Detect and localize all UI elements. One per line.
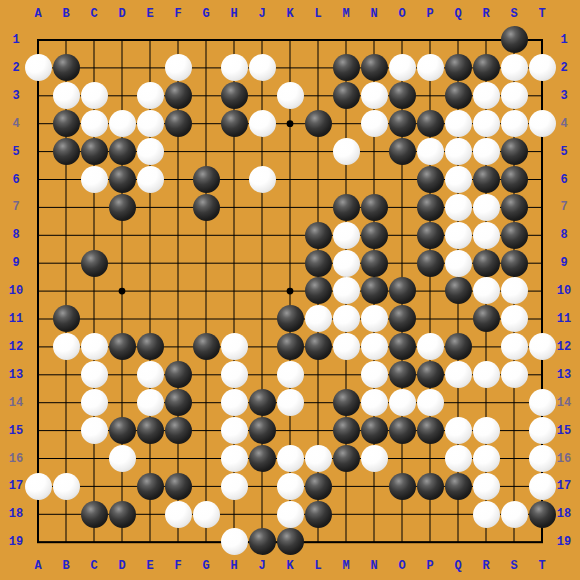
row-right-label-7: 7	[560, 201, 567, 213]
stone-black-n15	[361, 417, 388, 444]
col-top-label-c: C	[90, 8, 97, 20]
col-top-label-m: M	[342, 8, 349, 20]
col-top-label-j: J	[258, 8, 265, 20]
stone-black-s8	[501, 222, 528, 249]
stone-black-p7	[417, 194, 444, 221]
stone-white-d4	[109, 110, 136, 137]
stone-white-r13	[473, 361, 500, 388]
stone-black-q2	[445, 54, 472, 81]
stone-black-p4	[417, 110, 444, 137]
stone-white-s2	[501, 54, 528, 81]
stone-black-n8	[361, 222, 388, 249]
stone-white-e5	[137, 138, 164, 165]
row-right-label-11: 11	[557, 313, 571, 325]
row-right-label-15: 15	[557, 425, 571, 437]
stone-white-t12	[529, 333, 556, 360]
stone-white-k17	[277, 473, 304, 500]
stone-white-r4	[473, 110, 500, 137]
stone-white-j2	[249, 54, 276, 81]
stone-white-f18	[165, 501, 192, 528]
col-top-label-q: Q	[454, 8, 461, 20]
stone-black-c9	[81, 250, 108, 277]
stone-white-t2	[529, 54, 556, 81]
col-top-label-o: O	[398, 8, 405, 20]
row-left-label-8: 8	[12, 229, 19, 241]
stone-black-m15	[333, 417, 360, 444]
stone-white-n3	[361, 82, 388, 109]
stone-white-m11	[333, 305, 360, 332]
row-right-label-12: 12	[557, 341, 571, 353]
stone-black-p15	[417, 417, 444, 444]
col-top-label-a: A	[34, 8, 41, 20]
col-bottom-label-s: S	[510, 560, 517, 572]
stone-white-r16	[473, 445, 500, 472]
stone-black-l10	[305, 277, 332, 304]
stone-white-b3	[53, 82, 80, 109]
row-left-label-7: 7	[12, 201, 19, 213]
stone-black-q12	[445, 333, 472, 360]
row-right-label-16: 16	[557, 453, 571, 465]
row-left-label-4: 4	[12, 118, 19, 130]
stone-white-e14	[137, 389, 164, 416]
stone-white-t14	[529, 389, 556, 416]
stone-black-o17	[389, 473, 416, 500]
row-left-label-5: 5	[12, 146, 19, 158]
stone-white-c15	[81, 417, 108, 444]
stone-black-o11	[389, 305, 416, 332]
stone-white-b17	[53, 473, 80, 500]
stone-white-k3	[277, 82, 304, 109]
stone-black-g12	[193, 333, 220, 360]
row-left-label-2: 2	[12, 62, 19, 74]
stone-black-e12	[137, 333, 164, 360]
col-top-label-r: R	[482, 8, 489, 20]
stone-white-e3	[137, 82, 164, 109]
stone-white-a2	[25, 54, 52, 81]
stone-white-c3	[81, 82, 108, 109]
row-left-label-18: 18	[9, 508, 23, 520]
stone-black-f4	[165, 110, 192, 137]
stone-black-s5	[501, 138, 528, 165]
stone-white-e13	[137, 361, 164, 388]
stone-black-s6	[501, 166, 528, 193]
stone-white-p14	[417, 389, 444, 416]
col-bottom-label-a: A	[34, 560, 41, 572]
col-bottom-label-j: J	[258, 560, 265, 572]
stone-white-p12	[417, 333, 444, 360]
stone-black-j14	[249, 389, 276, 416]
stone-white-s12	[501, 333, 528, 360]
stone-white-c6	[81, 166, 108, 193]
stone-black-d12	[109, 333, 136, 360]
stone-white-o2	[389, 54, 416, 81]
stone-black-f17	[165, 473, 192, 500]
stone-black-l9	[305, 250, 332, 277]
stone-white-j6	[249, 166, 276, 193]
col-top-label-s: S	[510, 8, 517, 20]
row-left-label-17: 17	[9, 480, 23, 492]
stone-black-s7	[501, 194, 528, 221]
stone-white-b12	[53, 333, 80, 360]
row-right-label-17: 17	[557, 480, 571, 492]
col-top-label-t: T	[538, 8, 545, 20]
stone-white-r15	[473, 417, 500, 444]
stone-white-s11	[501, 305, 528, 332]
stone-black-b4	[53, 110, 80, 137]
row-right-label-13: 13	[557, 369, 571, 381]
stone-white-r10	[473, 277, 500, 304]
stone-black-l12	[305, 333, 332, 360]
col-bottom-label-n: N	[370, 560, 377, 572]
go-board[interactable]: AABBCCDDEEFFGGHHJJKKLLMMNNOOPPQQRRSSTT11…	[0, 0, 580, 580]
col-top-label-f: F	[174, 8, 181, 20]
stone-white-s3	[501, 82, 528, 109]
stone-white-g18	[193, 501, 220, 528]
stone-white-c14	[81, 389, 108, 416]
stone-black-o13	[389, 361, 416, 388]
row-left-label-6: 6	[12, 174, 19, 186]
row-right-label-2: 2	[560, 62, 567, 74]
stone-black-d15	[109, 417, 136, 444]
col-top-label-e: E	[146, 8, 153, 20]
row-left-label-11: 11	[9, 313, 23, 325]
stone-black-f3	[165, 82, 192, 109]
row-right-label-4: 4	[560, 118, 567, 130]
stone-black-j15	[249, 417, 276, 444]
stone-black-b5	[53, 138, 80, 165]
row-left-label-13: 13	[9, 369, 23, 381]
stone-white-k16	[277, 445, 304, 472]
stone-white-e6	[137, 166, 164, 193]
stone-white-r18	[473, 501, 500, 528]
stone-white-h15	[221, 417, 248, 444]
stone-black-k12	[277, 333, 304, 360]
stone-black-l17	[305, 473, 332, 500]
row-right-label-6: 6	[560, 174, 567, 186]
stone-white-q6	[445, 166, 472, 193]
stone-black-o15	[389, 417, 416, 444]
stone-black-o4	[389, 110, 416, 137]
stone-white-m9	[333, 250, 360, 277]
stone-white-c4	[81, 110, 108, 137]
stone-black-m14	[333, 389, 360, 416]
stone-black-h4	[221, 110, 248, 137]
col-bottom-label-o: O	[398, 560, 405, 572]
stone-white-h19	[221, 528, 248, 555]
stone-white-m10	[333, 277, 360, 304]
stone-white-r8	[473, 222, 500, 249]
stone-black-k19	[277, 528, 304, 555]
stone-white-n13	[361, 361, 388, 388]
stone-black-k11	[277, 305, 304, 332]
col-bottom-label-c: C	[90, 560, 97, 572]
stone-white-n11	[361, 305, 388, 332]
stone-black-p17	[417, 473, 444, 500]
stone-white-p5	[417, 138, 444, 165]
stone-black-j16	[249, 445, 276, 472]
stone-black-r6	[473, 166, 500, 193]
stone-white-r7	[473, 194, 500, 221]
stone-white-h17	[221, 473, 248, 500]
stone-white-j4	[249, 110, 276, 137]
col-bottom-label-t: T	[538, 560, 545, 572]
stone-white-h12	[221, 333, 248, 360]
row-right-label-10: 10	[557, 285, 571, 297]
col-bottom-label-r: R	[482, 560, 489, 572]
row-left-label-3: 3	[12, 90, 19, 102]
stone-white-n12	[361, 333, 388, 360]
stone-white-e4	[137, 110, 164, 137]
stone-white-h13	[221, 361, 248, 388]
col-bottom-label-f: F	[174, 560, 181, 572]
stone-white-a17	[25, 473, 52, 500]
stone-white-m5	[333, 138, 360, 165]
stone-black-d18	[109, 501, 136, 528]
row-left-label-16: 16	[9, 453, 23, 465]
stone-black-s9	[501, 250, 528, 277]
stone-black-g7	[193, 194, 220, 221]
stone-black-r9	[473, 250, 500, 277]
stone-white-h14	[221, 389, 248, 416]
stone-black-c18	[81, 501, 108, 528]
col-top-label-h: H	[230, 8, 237, 20]
stone-black-m16	[333, 445, 360, 472]
stone-black-r2	[473, 54, 500, 81]
row-right-label-19: 19	[557, 536, 571, 548]
col-bottom-label-e: E	[146, 560, 153, 572]
stone-black-s1	[501, 26, 528, 53]
row-left-label-9: 9	[12, 257, 19, 269]
col-top-label-d: D	[118, 8, 125, 20]
stone-black-l8	[305, 222, 332, 249]
stone-white-s4	[501, 110, 528, 137]
stone-white-o14	[389, 389, 416, 416]
stone-black-p13	[417, 361, 444, 388]
stone-white-q4	[445, 110, 472, 137]
row-right-label-18: 18	[557, 508, 571, 520]
stone-white-t15	[529, 417, 556, 444]
stone-white-d16	[109, 445, 136, 472]
stone-white-q15	[445, 417, 472, 444]
col-top-label-n: N	[370, 8, 377, 20]
col-bottom-label-p: P	[426, 560, 433, 572]
stone-black-t18	[529, 501, 556, 528]
stone-black-o12	[389, 333, 416, 360]
stone-white-k13	[277, 361, 304, 388]
stone-white-r5	[473, 138, 500, 165]
row-left-label-1: 1	[12, 34, 19, 46]
stone-white-f2	[165, 54, 192, 81]
stone-black-n10	[361, 277, 388, 304]
stone-black-f15	[165, 417, 192, 444]
stone-black-n7	[361, 194, 388, 221]
row-left-label-19: 19	[9, 536, 23, 548]
stone-black-d6	[109, 166, 136, 193]
stone-white-q7	[445, 194, 472, 221]
col-bottom-label-b: B	[62, 560, 69, 572]
stone-white-t4	[529, 110, 556, 137]
row-left-label-14: 14	[9, 397, 23, 409]
stone-white-c12	[81, 333, 108, 360]
row-right-label-9: 9	[560, 257, 567, 269]
stone-white-n14	[361, 389, 388, 416]
stone-white-q8	[445, 222, 472, 249]
stone-white-n16	[361, 445, 388, 472]
stone-black-d7	[109, 194, 136, 221]
stone-black-r11	[473, 305, 500, 332]
col-top-label-b: B	[62, 8, 69, 20]
stone-black-e15	[137, 417, 164, 444]
row-left-label-10: 10	[9, 285, 23, 297]
stone-white-l11	[305, 305, 332, 332]
stone-white-r3	[473, 82, 500, 109]
col-bottom-label-g: G	[202, 560, 209, 572]
stone-black-e17	[137, 473, 164, 500]
stone-white-l16	[305, 445, 332, 472]
stone-black-l18	[305, 501, 332, 528]
col-top-label-p: P	[426, 8, 433, 20]
stone-white-h2	[221, 54, 248, 81]
col-bottom-label-l: L	[314, 560, 321, 572]
stone-white-t17	[529, 473, 556, 500]
stone-black-q10	[445, 277, 472, 304]
stone-black-m2	[333, 54, 360, 81]
stone-black-d5	[109, 138, 136, 165]
stone-white-k14	[277, 389, 304, 416]
col-top-label-l: L	[314, 8, 321, 20]
stone-black-b2	[53, 54, 80, 81]
stone-black-m7	[333, 194, 360, 221]
stone-black-b11	[53, 305, 80, 332]
col-bottom-label-d: D	[118, 560, 125, 572]
row-left-label-12: 12	[9, 341, 23, 353]
stone-white-t16	[529, 445, 556, 472]
stone-white-q13	[445, 361, 472, 388]
stone-black-m3	[333, 82, 360, 109]
stone-black-o5	[389, 138, 416, 165]
stone-black-q3	[445, 82, 472, 109]
stone-white-p2	[417, 54, 444, 81]
col-bottom-label-m: M	[342, 560, 349, 572]
stone-white-k18	[277, 501, 304, 528]
stone-black-o10	[389, 277, 416, 304]
col-bottom-label-q: Q	[454, 560, 461, 572]
stone-black-p6	[417, 166, 444, 193]
stone-black-p9	[417, 250, 444, 277]
row-right-label-8: 8	[560, 229, 567, 241]
stone-white-c13	[81, 361, 108, 388]
col-bottom-label-k: K	[286, 560, 293, 572]
col-bottom-label-h: H	[230, 560, 237, 572]
stone-white-s10	[501, 277, 528, 304]
stone-black-c5	[81, 138, 108, 165]
stone-white-n4	[361, 110, 388, 137]
stone-black-f14	[165, 389, 192, 416]
row-left-label-15: 15	[9, 425, 23, 437]
row-right-label-14: 14	[557, 397, 571, 409]
stone-white-q16	[445, 445, 472, 472]
stone-black-p8	[417, 222, 444, 249]
stone-black-n2	[361, 54, 388, 81]
stone-white-h16	[221, 445, 248, 472]
stone-black-o3	[389, 82, 416, 109]
stone-black-n9	[361, 250, 388, 277]
stone-white-s13	[501, 361, 528, 388]
stone-black-g6	[193, 166, 220, 193]
stones-layer	[24, 26, 556, 556]
stone-white-s18	[501, 501, 528, 528]
stone-white-r17	[473, 473, 500, 500]
row-right-label-1: 1	[560, 34, 567, 46]
stone-black-l4	[305, 110, 332, 137]
row-right-label-3: 3	[560, 90, 567, 102]
stone-black-j19	[249, 528, 276, 555]
stone-white-q5	[445, 138, 472, 165]
stone-white-m8	[333, 222, 360, 249]
col-top-label-k: K	[286, 8, 293, 20]
row-right-label-5: 5	[560, 146, 567, 158]
stone-white-q9	[445, 250, 472, 277]
col-top-label-g: G	[202, 8, 209, 20]
stone-black-f13	[165, 361, 192, 388]
stone-black-q17	[445, 473, 472, 500]
stone-black-h3	[221, 82, 248, 109]
stone-white-m12	[333, 333, 360, 360]
